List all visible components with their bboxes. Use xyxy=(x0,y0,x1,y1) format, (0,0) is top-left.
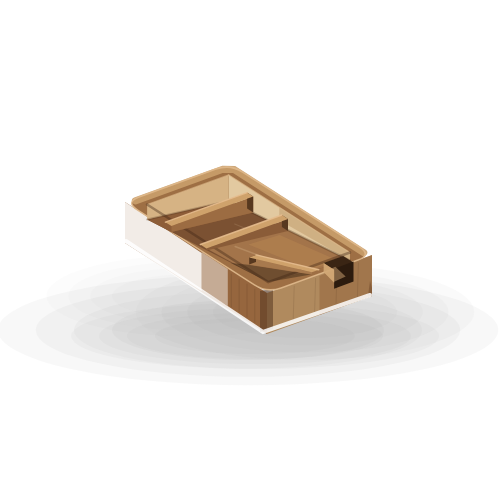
product-photo xyxy=(0,0,500,500)
wooden-tray-illustration xyxy=(0,0,500,500)
front-corner-band xyxy=(260,289,273,332)
